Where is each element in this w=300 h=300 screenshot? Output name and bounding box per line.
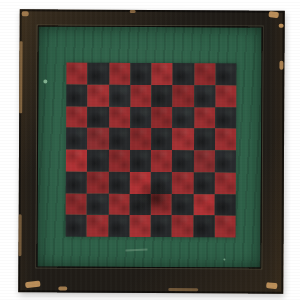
square-c3[interactable] — [108, 172, 129, 194]
square-a8[interactable] — [66, 63, 87, 85]
square-d7[interactable] — [130, 85, 151, 107]
wear-mark — [130, 10, 136, 13]
square-a3[interactable] — [66, 171, 87, 193]
wear-mark — [22, 11, 29, 16]
square-g5[interactable] — [194, 128, 215, 150]
square-b8[interactable] — [88, 63, 109, 85]
square-g4[interactable] — [193, 150, 214, 172]
square-f5[interactable] — [172, 128, 193, 150]
paint-scratch — [125, 248, 147, 251]
wear-mark — [168, 288, 198, 291]
square-f8[interactable] — [173, 63, 194, 85]
square-b2[interactable] — [87, 193, 108, 215]
square-f1[interactable] — [172, 215, 193, 237]
square-h5[interactable] — [215, 129, 236, 151]
wear-mark — [266, 282, 277, 289]
square-e2[interactable] — [151, 193, 172, 215]
wear-mark — [279, 24, 284, 28]
square-f6[interactable] — [172, 107, 193, 129]
square-b4[interactable] — [87, 150, 108, 172]
square-a2[interactable] — [66, 193, 87, 215]
square-f3[interactable] — [172, 172, 193, 194]
square-b7[interactable] — [87, 84, 108, 106]
square-a6[interactable] — [66, 106, 87, 128]
square-b5[interactable] — [87, 128, 108, 150]
square-c7[interactable] — [109, 85, 130, 107]
square-g7[interactable] — [194, 85, 215, 107]
square-b1[interactable] — [87, 215, 108, 237]
square-e1[interactable] — [151, 215, 172, 237]
wear-mark — [268, 11, 279, 18]
square-f4[interactable] — [172, 150, 193, 172]
paint-wear-dot — [223, 258, 225, 260]
square-a1[interactable] — [66, 215, 87, 237]
square-c4[interactable] — [108, 150, 129, 172]
square-h1[interactable] — [214, 216, 235, 238]
wear-mark — [58, 287, 67, 291]
wear-mark — [19, 41, 22, 113]
square-f7[interactable] — [172, 85, 193, 107]
square-d6[interactable] — [130, 106, 151, 128]
square-a4[interactable] — [66, 150, 87, 172]
square-d3[interactable] — [130, 172, 151, 194]
square-g8[interactable] — [194, 63, 215, 85]
square-e5[interactable] — [151, 128, 172, 150]
square-d1[interactable] — [129, 215, 150, 237]
square-b3[interactable] — [87, 171, 108, 193]
square-c2[interactable] — [108, 193, 129, 215]
wooden-frame — [18, 9, 284, 293]
wear-mark — [18, 214, 21, 256]
square-c1[interactable] — [108, 215, 129, 237]
square-h6[interactable] — [215, 107, 236, 129]
square-h8[interactable] — [215, 63, 236, 85]
wear-mark — [25, 281, 41, 288]
square-g1[interactable] — [193, 215, 214, 237]
square-h4[interactable] — [215, 150, 236, 172]
paint-wear-dot — [43, 79, 47, 83]
square-h2[interactable] — [214, 194, 235, 216]
square-d5[interactable] — [130, 128, 151, 150]
wear-mark — [279, 61, 283, 70]
square-b6[interactable] — [87, 106, 108, 128]
square-e8[interactable] — [151, 63, 172, 85]
square-d4[interactable] — [130, 150, 151, 172]
square-e3[interactable] — [151, 172, 172, 194]
square-e6[interactable] — [151, 106, 172, 128]
square-e7[interactable] — [151, 85, 172, 107]
square-a7[interactable] — [66, 84, 87, 106]
square-d2[interactable] — [129, 193, 150, 215]
square-a5[interactable] — [66, 128, 87, 150]
square-h3[interactable] — [215, 172, 236, 194]
square-g6[interactable] — [194, 107, 215, 129]
green-painted-field — [36, 25, 262, 268]
photo-background — [0, 0, 300, 300]
checkerboard — [66, 63, 237, 238]
square-g2[interactable] — [193, 194, 214, 216]
square-f2[interactable] — [172, 194, 193, 216]
square-e4[interactable] — [151, 150, 172, 172]
square-d8[interactable] — [130, 63, 151, 85]
square-h7[interactable] — [215, 85, 236, 107]
square-c5[interactable] — [109, 128, 130, 150]
square-c8[interactable] — [109, 63, 130, 85]
square-c6[interactable] — [109, 106, 130, 128]
square-g3[interactable] — [193, 172, 214, 194]
